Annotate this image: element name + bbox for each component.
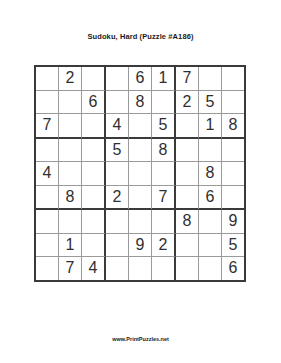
cell-r8c1 xyxy=(36,234,59,258)
cell-r2c7: 2 xyxy=(176,91,199,115)
cell-r4c9 xyxy=(222,139,244,163)
printable-sudoku-page: Sudoku, Hard (Puzzle #A186) 261768257451… xyxy=(0,0,281,363)
cell-r6c3 xyxy=(82,186,106,211)
cell-r4c3 xyxy=(82,139,106,163)
cell-r7c7: 8 xyxy=(176,210,199,234)
cell-r3c3 xyxy=(82,114,106,139)
footer-url: www.PrintPuzzles.net xyxy=(0,336,281,342)
cell-r1c5: 6 xyxy=(129,67,152,91)
cell-r1c9 xyxy=(222,67,244,91)
cell-r9c3: 4 xyxy=(82,257,106,280)
cell-r7c3 xyxy=(82,210,106,234)
cell-r2c8: 5 xyxy=(199,91,222,115)
cell-r9c6 xyxy=(152,257,176,280)
cell-r8c3 xyxy=(82,234,106,258)
cell-r5c8: 8 xyxy=(199,162,222,186)
cell-r2c1 xyxy=(36,91,59,115)
cell-r3c1: 7 xyxy=(36,114,59,139)
cell-r6c4: 2 xyxy=(106,186,129,211)
sudoku-board: 261768257451858488276891925746 xyxy=(34,65,246,282)
cell-r1c3 xyxy=(82,67,106,91)
cell-r9c9: 6 xyxy=(222,257,244,280)
cell-r2c9 xyxy=(222,91,244,115)
cell-r4c8 xyxy=(199,139,222,163)
cell-r5c2 xyxy=(59,162,82,186)
cell-r7c9: 9 xyxy=(222,210,244,234)
cell-r7c5 xyxy=(129,210,152,234)
cell-r6c1 xyxy=(36,186,59,211)
cell-r1c8 xyxy=(199,67,222,91)
cell-r3c5 xyxy=(129,114,152,139)
cell-r4c6: 8 xyxy=(152,139,176,163)
cell-r5c6 xyxy=(152,162,176,186)
cell-r8c4 xyxy=(106,234,129,258)
cell-r5c3 xyxy=(82,162,106,186)
cell-r4c7 xyxy=(176,139,199,163)
cell-r7c6 xyxy=(152,210,176,234)
cell-r5c7 xyxy=(176,162,199,186)
cell-r1c6: 1 xyxy=(152,67,176,91)
cell-r9c7 xyxy=(176,257,199,280)
cell-r5c5 xyxy=(129,162,152,186)
cell-r8c7 xyxy=(176,234,199,258)
cell-r8c2: 1 xyxy=(59,234,82,258)
cell-r2c6 xyxy=(152,91,176,115)
page-title: Sudoku, Hard (Puzzle #A186) xyxy=(0,32,281,41)
cell-r5c1: 4 xyxy=(36,162,59,186)
cell-r2c5: 8 xyxy=(129,91,152,115)
cell-r7c2 xyxy=(59,210,82,234)
cell-r6c2: 8 xyxy=(59,186,82,211)
cell-r5c4 xyxy=(106,162,129,186)
cell-r8c6: 2 xyxy=(152,234,176,258)
cell-r6c5 xyxy=(129,186,152,211)
cell-r6c8: 6 xyxy=(199,186,222,211)
cell-r4c2 xyxy=(59,139,82,163)
cell-r9c2: 7 xyxy=(59,257,82,280)
cell-r1c1 xyxy=(36,67,59,91)
cell-r3c4: 4 xyxy=(106,114,129,139)
cell-r6c6: 7 xyxy=(152,186,176,211)
cell-r9c4 xyxy=(106,257,129,280)
cell-r9c5 xyxy=(129,257,152,280)
cell-r3c8: 1 xyxy=(199,114,222,139)
cell-r7c4 xyxy=(106,210,129,234)
cell-r4c4: 5 xyxy=(106,139,129,163)
cell-r3c2 xyxy=(59,114,82,139)
cell-r6c9 xyxy=(222,186,244,211)
cell-r8c9: 5 xyxy=(222,234,244,258)
cell-r7c1 xyxy=(36,210,59,234)
cell-r2c4 xyxy=(106,91,129,115)
cell-r3c6: 5 xyxy=(152,114,176,139)
cell-r7c8 xyxy=(199,210,222,234)
cell-r6c7 xyxy=(176,186,199,211)
cell-r8c5: 9 xyxy=(129,234,152,258)
cell-r4c1 xyxy=(36,139,59,163)
cell-r1c4 xyxy=(106,67,129,91)
cell-r4c5 xyxy=(129,139,152,163)
cell-r3c9: 8 xyxy=(222,114,244,139)
cell-r2c3: 6 xyxy=(82,91,106,115)
cell-r8c8 xyxy=(199,234,222,258)
cell-r1c2: 2 xyxy=(59,67,82,91)
cell-r3c7 xyxy=(176,114,199,139)
cell-r9c1 xyxy=(36,257,59,280)
cell-r5c9 xyxy=(222,162,244,186)
cell-r1c7: 7 xyxy=(176,67,199,91)
cell-r9c8 xyxy=(199,257,222,280)
cell-r2c2 xyxy=(59,91,82,115)
